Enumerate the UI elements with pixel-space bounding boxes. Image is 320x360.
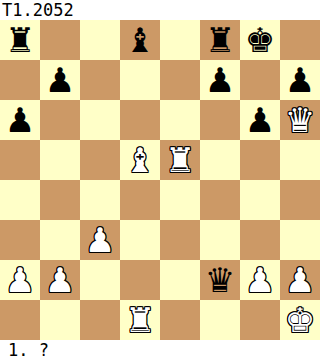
square-h6[interactable]: ♛ <box>280 100 320 140</box>
square-d8[interactable]: ♝ <box>120 20 160 60</box>
square-g7[interactable] <box>240 60 280 100</box>
square-b3[interactable] <box>40 220 80 260</box>
square-e3[interactable] <box>160 220 200 260</box>
white-rook-e5: ♜ <box>165 140 195 180</box>
square-a3[interactable] <box>0 220 40 260</box>
square-b6[interactable] <box>40 100 80 140</box>
square-g1[interactable] <box>240 300 280 340</box>
square-e6[interactable] <box>160 100 200 140</box>
square-a7[interactable] <box>0 60 40 100</box>
square-d5[interactable]: ♝ <box>120 140 160 180</box>
square-d7[interactable] <box>120 60 160 100</box>
puzzle-title: T1.2052 <box>0 0 320 20</box>
square-e1[interactable] <box>160 300 200 340</box>
square-b8[interactable] <box>40 20 80 60</box>
square-a5[interactable] <box>0 140 40 180</box>
white-pawn-a2: ♟ <box>5 260 35 300</box>
square-c3[interactable]: ♟ <box>80 220 120 260</box>
chess-board: ♜♝♜♚♟♟♟♟♟♛♝♜♟♟♟♛♟♟♜♚ <box>0 20 320 340</box>
square-h8[interactable] <box>280 20 320 60</box>
white-rook-d1: ♜ <box>125 300 155 340</box>
square-e4[interactable] <box>160 180 200 220</box>
square-a4[interactable] <box>0 180 40 220</box>
square-c7[interactable] <box>80 60 120 100</box>
square-g2[interactable]: ♟ <box>240 260 280 300</box>
square-a8[interactable]: ♜ <box>0 20 40 60</box>
black-pawn-b7: ♟ <box>45 60 75 100</box>
square-e5[interactable]: ♜ <box>160 140 200 180</box>
square-b4[interactable] <box>40 180 80 220</box>
square-d6[interactable] <box>120 100 160 140</box>
square-f8[interactable]: ♜ <box>200 20 240 60</box>
black-pawn-g6: ♟ <box>245 100 275 140</box>
square-b5[interactable] <box>40 140 80 180</box>
square-h5[interactable] <box>280 140 320 180</box>
black-pawn-f7: ♟ <box>205 60 235 100</box>
square-f2[interactable]: ♛ <box>200 260 240 300</box>
square-e7[interactable] <box>160 60 200 100</box>
black-pawn-h7: ♟ <box>285 60 315 100</box>
white-pawn-g2: ♟ <box>245 260 275 300</box>
square-c4[interactable] <box>80 180 120 220</box>
square-g3[interactable] <box>240 220 280 260</box>
square-b2[interactable]: ♟ <box>40 260 80 300</box>
square-c2[interactable] <box>80 260 120 300</box>
square-d2[interactable] <box>120 260 160 300</box>
square-d3[interactable] <box>120 220 160 260</box>
square-d4[interactable] <box>120 180 160 220</box>
square-h2[interactable]: ♟ <box>280 260 320 300</box>
square-f5[interactable] <box>200 140 240 180</box>
square-f3[interactable] <box>200 220 240 260</box>
square-a1[interactable] <box>0 300 40 340</box>
square-g4[interactable] <box>240 180 280 220</box>
white-pawn-b2: ♟ <box>45 260 75 300</box>
square-f4[interactable] <box>200 180 240 220</box>
black-rook-f8: ♜ <box>205 20 235 60</box>
square-f1[interactable] <box>200 300 240 340</box>
white-pawn-c3: ♟ <box>85 220 115 260</box>
black-pawn-a6: ♟ <box>5 100 35 140</box>
square-g6[interactable]: ♟ <box>240 100 280 140</box>
square-h7[interactable]: ♟ <box>280 60 320 100</box>
square-h4[interactable] <box>280 180 320 220</box>
square-e8[interactable] <box>160 20 200 60</box>
black-rook-a8: ♜ <box>5 20 35 60</box>
square-a6[interactable]: ♟ <box>0 100 40 140</box>
move-prompt: 1. ? <box>0 340 320 360</box>
square-h3[interactable] <box>280 220 320 260</box>
square-c8[interactable] <box>80 20 120 60</box>
white-pawn-h2: ♟ <box>285 260 315 300</box>
square-g8[interactable]: ♚ <box>240 20 280 60</box>
chess-puzzle-window: T1.2052 ♜♝♜♚♟♟♟♟♟♛♝♜♟♟♟♛♟♟♜♚ 1. ? <box>0 0 320 360</box>
white-bishop-d5: ♝ <box>125 140 155 180</box>
square-a2[interactable]: ♟ <box>0 260 40 300</box>
square-h1[interactable]: ♚ <box>280 300 320 340</box>
square-c6[interactable] <box>80 100 120 140</box>
square-c1[interactable] <box>80 300 120 340</box>
square-c5[interactable] <box>80 140 120 180</box>
black-bishop-d8: ♝ <box>125 20 155 60</box>
white-king-h1: ♚ <box>285 300 315 340</box>
square-g5[interactable] <box>240 140 280 180</box>
square-e2[interactable] <box>160 260 200 300</box>
square-f6[interactable] <box>200 100 240 140</box>
square-b1[interactable] <box>40 300 80 340</box>
black-king-g8: ♚ <box>245 20 275 60</box>
square-b7[interactable]: ♟ <box>40 60 80 100</box>
white-queen-h6: ♛ <box>285 100 315 140</box>
square-f7[interactable]: ♟ <box>200 60 240 100</box>
black-queen-f2: ♛ <box>205 260 235 300</box>
square-d1[interactable]: ♜ <box>120 300 160 340</box>
